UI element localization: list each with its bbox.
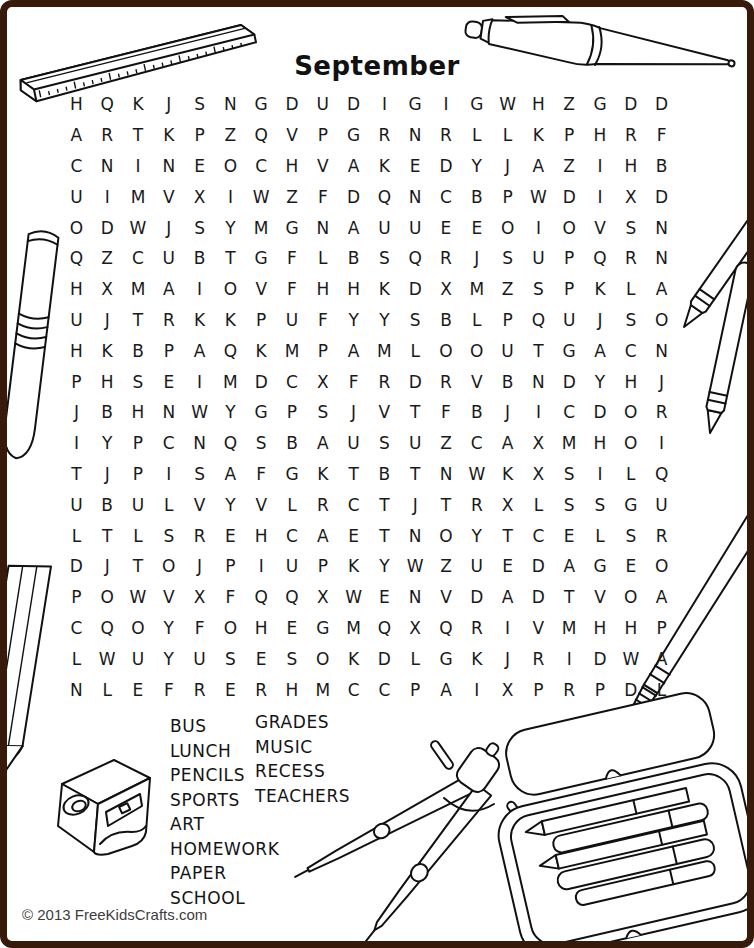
grid-cell-r12c9[interactable]: A	[307, 428, 338, 459]
grid-cell-r2c2[interactable]: R	[92, 120, 123, 151]
grid-cell-r8c15[interactable]: P	[492, 305, 523, 336]
grid-cell-r12c18[interactable]: H	[585, 428, 616, 459]
grid-cell-r17c14[interactable]: D	[461, 582, 492, 613]
grid-cell-r19c3[interactable]: U	[123, 643, 154, 674]
grid-cell-r8c3[interactable]: T	[123, 305, 154, 336]
grid-cell-r16c19[interactable]: E	[615, 551, 646, 582]
grid-cell-r15c4[interactable]: S	[153, 520, 184, 551]
grid-cell-r10c12[interactable]: D	[400, 366, 431, 397]
grid-cell-r20c7[interactable]: R	[246, 674, 277, 705]
grid-cell-r11c14[interactable]: B	[461, 397, 492, 428]
grid-cell-r17c17[interactable]: T	[554, 582, 585, 613]
grid-cell-r18c6[interactable]: O	[215, 613, 246, 644]
grid-cell-r2c19[interactable]: R	[615, 120, 646, 151]
grid-cell-r19c10[interactable]: K	[338, 643, 369, 674]
grid-cell-r10c20[interactable]: J	[646, 366, 677, 397]
grid-cell-r16c2[interactable]: J	[92, 551, 123, 582]
grid-cell-r11c13[interactable]: F	[431, 397, 462, 428]
grid-cell-r8c13[interactable]: B	[431, 305, 462, 336]
grid-cell-r3c11[interactable]: K	[369, 151, 400, 182]
grid-cell-r20c5[interactable]: R	[184, 674, 215, 705]
grid-cell-r20c6[interactable]: E	[215, 674, 246, 705]
grid-cell-r4c8[interactable]: Z	[277, 181, 308, 212]
grid-cell-r1c9[interactable]: U	[307, 89, 338, 120]
grid-cell-r12c17[interactable]: M	[554, 428, 585, 459]
grid-cell-r1c15[interactable]: W	[492, 89, 523, 120]
grid-cell-r10c7[interactable]: D	[246, 366, 277, 397]
grid-cell-r9c12[interactable]: L	[400, 335, 431, 366]
grid-cell-r5c8[interactable]: G	[277, 212, 308, 243]
grid-cell-r9c10[interactable]: A	[338, 335, 369, 366]
grid-cell-r5c6[interactable]: Y	[215, 212, 246, 243]
grid-cell-r1c11[interactable]: I	[369, 89, 400, 120]
grid-cell-r9c11[interactable]: M	[369, 335, 400, 366]
grid-cell-r14c13[interactable]: T	[431, 489, 462, 520]
word-music[interactable]: MUSIC	[255, 735, 350, 760]
grid-cell-r2c1[interactable]: A	[61, 120, 92, 151]
grid-cell-r15c14[interactable]: Y	[461, 520, 492, 551]
grid-cell-r19c20[interactable]: A	[646, 643, 677, 674]
grid-cell-r5c12[interactable]: U	[400, 212, 431, 243]
grid-cell-r15c12[interactable]: N	[400, 520, 431, 551]
grid-cell-r13c5[interactable]: S	[184, 459, 215, 490]
grid-cell-r5c16[interactable]: I	[523, 212, 554, 243]
grid-cell-r4c18[interactable]: I	[585, 181, 616, 212]
grid-cell-r4c3[interactable]: M	[123, 181, 154, 212]
grid-cell-r11c6[interactable]: Y	[215, 397, 246, 428]
grid-cell-r15c3[interactable]: L	[123, 520, 154, 551]
grid-cell-r15c18[interactable]: L	[585, 520, 616, 551]
grid-cell-r13c17[interactable]: S	[554, 459, 585, 490]
grid-cell-r19c4[interactable]: Y	[153, 643, 184, 674]
grid-cell-r13c19[interactable]: L	[615, 459, 646, 490]
grid-cell-r18c4[interactable]: Y	[153, 613, 184, 644]
grid-cell-r19c1[interactable]: L	[61, 643, 92, 674]
grid-cell-r3c2[interactable]: N	[92, 151, 123, 182]
grid-cell-r13c18[interactable]: I	[585, 459, 616, 490]
grid-cell-r16c13[interactable]: Z	[431, 551, 462, 582]
grid-cell-r3c20[interactable]: B	[646, 151, 677, 182]
grid-cell-r13c9[interactable]: K	[307, 459, 338, 490]
grid-cell-r5c3[interactable]: W	[123, 212, 154, 243]
grid-cell-r19c18[interactable]: D	[585, 643, 616, 674]
grid-cell-r1c13[interactable]: I	[431, 89, 462, 120]
word-paper[interactable]: PAPER	[170, 861, 280, 886]
grid-cell-r11c7[interactable]: G	[246, 397, 277, 428]
grid-cell-r8c11[interactable]: Y	[369, 305, 400, 336]
grid-cell-r9c9[interactable]: P	[307, 335, 338, 366]
grid-cell-r18c5[interactable]: F	[184, 613, 215, 644]
grid-cell-r7c2[interactable]: X	[92, 274, 123, 305]
grid-cell-r19c13[interactable]: G	[431, 643, 462, 674]
word-recess[interactable]: RECESS	[255, 759, 350, 784]
word-grades[interactable]: GRADES	[255, 710, 350, 735]
grid-cell-r1c19[interactable]: D	[615, 89, 646, 120]
grid-cell-r12c7[interactable]: S	[246, 428, 277, 459]
grid-cell-r14c15[interactable]: X	[492, 489, 523, 520]
grid-cell-r20c19[interactable]: D	[615, 674, 646, 705]
grid-cell-r18c12[interactable]: X	[400, 613, 431, 644]
grid-cell-r11c3[interactable]: H	[123, 397, 154, 428]
grid-cell-r6c4[interactable]: U	[153, 243, 184, 274]
grid-cell-r16c7[interactable]: I	[246, 551, 277, 582]
grid-cell-r15c5[interactable]: R	[184, 520, 215, 551]
grid-cell-r10c10[interactable]: F	[338, 366, 369, 397]
grid-cell-r6c17[interactable]: P	[554, 243, 585, 274]
grid-cell-r7c15[interactable]: Z	[492, 274, 523, 305]
grid-cell-r9c1[interactable]: H	[61, 335, 92, 366]
grid-cell-r16c6[interactable]: P	[215, 551, 246, 582]
grid-cell-r1c3[interactable]: K	[123, 89, 154, 120]
grid-cell-r5c18[interactable]: V	[585, 212, 616, 243]
grid-cell-r20c3[interactable]: E	[123, 674, 154, 705]
grid-cell-r15c8[interactable]: C	[277, 520, 308, 551]
grid-cell-r15c19[interactable]: S	[615, 520, 646, 551]
grid-cell-r12c19[interactable]: O	[615, 428, 646, 459]
grid-cell-r2c9[interactable]: P	[307, 120, 338, 151]
grid-cell-r12c12[interactable]: U	[400, 428, 431, 459]
grid-cell-r3c12[interactable]: E	[400, 151, 431, 182]
grid-cell-r9c14[interactable]: O	[461, 335, 492, 366]
grid-cell-r19c5[interactable]: U	[184, 643, 215, 674]
grid-cell-r3c4[interactable]: N	[153, 151, 184, 182]
grid-cell-r15c16[interactable]: C	[523, 520, 554, 551]
grid-cell-r6c7[interactable]: G	[246, 243, 277, 274]
grid-cell-r6c11[interactable]: S	[369, 243, 400, 274]
grid-cell-r14c12[interactable]: J	[400, 489, 431, 520]
grid-cell-r13c4[interactable]: I	[153, 459, 184, 490]
grid-cell-r9c15[interactable]: U	[492, 335, 523, 366]
grid-cell-r12c20[interactable]: I	[646, 428, 677, 459]
grid-cell-r20c11[interactable]: C	[369, 674, 400, 705]
grid-cell-r14c6[interactable]: Y	[215, 489, 246, 520]
grid-cell-r17c4[interactable]: V	[153, 582, 184, 613]
grid-cell-r10c17[interactable]: D	[554, 366, 585, 397]
grid-cell-r19c16[interactable]: R	[523, 643, 554, 674]
grid-cell-r17c3[interactable]: W	[123, 582, 154, 613]
word-art[interactable]: ART	[170, 812, 280, 837]
grid-cell-r8c10[interactable]: Y	[338, 305, 369, 336]
grid-cell-r12c1[interactable]: I	[61, 428, 92, 459]
grid-cell-r12c11[interactable]: S	[369, 428, 400, 459]
grid-cell-r2c17[interactable]: P	[554, 120, 585, 151]
grid-cell-r20c16[interactable]: P	[523, 674, 554, 705]
grid-cell-r3c9[interactable]: V	[307, 151, 338, 182]
grid-cell-r18c7[interactable]: H	[246, 613, 277, 644]
grid-cell-r16c15[interactable]: E	[492, 551, 523, 582]
grid-cell-r19c12[interactable]: L	[400, 643, 431, 674]
grid-cell-r9c8[interactable]: M	[277, 335, 308, 366]
grid-cell-r1c12[interactable]: G	[400, 89, 431, 120]
grid-cell-r16c11[interactable]: Y	[369, 551, 400, 582]
grid-cell-r7c3[interactable]: M	[123, 274, 154, 305]
grid-cell-r4c1[interactable]: U	[61, 181, 92, 212]
grid-cell-r11c8[interactable]: P	[277, 397, 308, 428]
grid-cell-r14c7[interactable]: V	[246, 489, 277, 520]
grid-cell-r3c5[interactable]: E	[184, 151, 215, 182]
grid-cell-r6c1[interactable]: Q	[61, 243, 92, 274]
grid-cell-r13c8[interactable]: G	[277, 459, 308, 490]
grid-cell-r9c4[interactable]: P	[153, 335, 184, 366]
grid-cell-r10c8[interactable]: C	[277, 366, 308, 397]
grid-cell-r4c5[interactable]: X	[184, 181, 215, 212]
grid-cell-r6c3[interactable]: C	[123, 243, 154, 274]
grid-cell-r12c3[interactable]: P	[123, 428, 154, 459]
grid-cell-r18c1[interactable]: C	[61, 613, 92, 644]
grid-cell-r7c10[interactable]: H	[338, 274, 369, 305]
grid-cell-r4c14[interactable]: B	[461, 181, 492, 212]
grid-cell-r19c2[interactable]: W	[92, 643, 123, 674]
grid-cell-r11c1[interactable]: J	[61, 397, 92, 428]
grid-cell-r1c8[interactable]: D	[277, 89, 308, 120]
grid-cell-r11c10[interactable]: J	[338, 397, 369, 428]
grid-cell-r3c19[interactable]: H	[615, 151, 646, 182]
grid-cell-r2c18[interactable]: H	[585, 120, 616, 151]
grid-cell-r7c11[interactable]: K	[369, 274, 400, 305]
grid-cell-r18c9[interactable]: G	[307, 613, 338, 644]
grid-cell-r13c2[interactable]: J	[92, 459, 123, 490]
grid-cell-r18c2[interactable]: Q	[92, 613, 123, 644]
grid-cell-r20c12[interactable]: P	[400, 674, 431, 705]
grid-cell-r9c17[interactable]: G	[554, 335, 585, 366]
grid-cell-r4c7[interactable]: W	[246, 181, 277, 212]
grid-cell-r5c10[interactable]: A	[338, 212, 369, 243]
grid-cell-r4c19[interactable]: X	[615, 181, 646, 212]
grid-cell-r11c2[interactable]: B	[92, 397, 123, 428]
grid-cell-r7c9[interactable]: H	[307, 274, 338, 305]
grid-cell-r1c18[interactable]: G	[585, 89, 616, 120]
grid-cell-r6c12[interactable]: Q	[400, 243, 431, 274]
grid-cell-r6c20[interactable]: N	[646, 243, 677, 274]
grid-cell-r15c1[interactable]: L	[61, 520, 92, 551]
grid-cell-r12c2[interactable]: Y	[92, 428, 123, 459]
grid-cell-r4c20[interactable]: D	[646, 181, 677, 212]
grid-cell-r8c2[interactable]: J	[92, 305, 123, 336]
grid-cell-r16c9[interactable]: P	[307, 551, 338, 582]
grid-cell-r17c1[interactable]: P	[61, 582, 92, 613]
grid-cell-r8c12[interactable]: S	[400, 305, 431, 336]
grid-cell-r18c14[interactable]: R	[461, 613, 492, 644]
grid-cell-r7c4[interactable]: A	[153, 274, 184, 305]
grid-cell-r11c12[interactable]: T	[400, 397, 431, 428]
grid-cell-r8c9[interactable]: F	[307, 305, 338, 336]
grid-cell-r8c7[interactable]: P	[246, 305, 277, 336]
grid-cell-r9c16[interactable]: T	[523, 335, 554, 366]
grid-cell-r19c15[interactable]: J	[492, 643, 523, 674]
grid-cell-r6c14[interactable]: J	[461, 243, 492, 274]
grid-cell-r4c16[interactable]: W	[523, 181, 554, 212]
grid-cell-r17c16[interactable]: D	[523, 582, 554, 613]
grid-cell-r1c7[interactable]: G	[246, 89, 277, 120]
grid-cell-r20c1[interactable]: N	[61, 674, 92, 705]
grid-cell-r15c9[interactable]: A	[307, 520, 338, 551]
grid-cell-r4c2[interactable]: I	[92, 181, 123, 212]
grid-cell-r12c4[interactable]: C	[153, 428, 184, 459]
grid-cell-r20c15[interactable]: X	[492, 674, 523, 705]
grid-cell-r20c18[interactable]: P	[585, 674, 616, 705]
grid-cell-r3c18[interactable]: I	[585, 151, 616, 182]
grid-cell-r8c19[interactable]: S	[615, 305, 646, 336]
grid-cell-r6c15[interactable]: S	[492, 243, 523, 274]
grid-cell-r20c14[interactable]: I	[461, 674, 492, 705]
grid-cell-r11c17[interactable]: C	[554, 397, 585, 428]
grid-cell-r2c4[interactable]: K	[153, 120, 184, 151]
grid-cell-r7c19[interactable]: L	[615, 274, 646, 305]
grid-cell-r8c4[interactable]: R	[153, 305, 184, 336]
grid-cell-r11c9[interactable]: S	[307, 397, 338, 428]
grid-cell-r1c2[interactable]: Q	[92, 89, 123, 120]
grid-cell-r7c1[interactable]: H	[61, 274, 92, 305]
grid-cell-r20c17[interactable]: R	[554, 674, 585, 705]
grid-cell-r19c14[interactable]: K	[461, 643, 492, 674]
grid-cell-r12c8[interactable]: B	[277, 428, 308, 459]
grid-cell-r2c20[interactable]: F	[646, 120, 677, 151]
grid-cell-r13c14[interactable]: W	[461, 459, 492, 490]
grid-cell-r16c16[interactable]: D	[523, 551, 554, 582]
grid-cell-r10c19[interactable]: H	[615, 366, 646, 397]
grid-cell-r12c15[interactable]: A	[492, 428, 523, 459]
grid-cell-r5c4[interactable]: J	[153, 212, 184, 243]
grid-cell-r14c14[interactable]: R	[461, 489, 492, 520]
grid-cell-r5c7[interactable]: M	[246, 212, 277, 243]
grid-cell-r3c6[interactable]: O	[215, 151, 246, 182]
grid-cell-r17c15[interactable]: A	[492, 582, 523, 613]
grid-cell-r17c9[interactable]: X	[307, 582, 338, 613]
grid-cell-r3c1[interactable]: C	[61, 151, 92, 182]
grid-cell-r17c18[interactable]: V	[585, 582, 616, 613]
grid-cell-r3c3[interactable]: I	[123, 151, 154, 182]
grid-cell-r12c5[interactable]: N	[184, 428, 215, 459]
grid-cell-r4c10[interactable]: D	[338, 181, 369, 212]
grid-cell-r10c18[interactable]: Y	[585, 366, 616, 397]
grid-cell-r17c12[interactable]: N	[400, 582, 431, 613]
grid-cell-r14c17[interactable]: S	[554, 489, 585, 520]
grid-cell-r17c13[interactable]: V	[431, 582, 462, 613]
grid-cell-r16c10[interactable]: K	[338, 551, 369, 582]
grid-cell-r3c17[interactable]: Z	[554, 151, 585, 182]
grid-cell-r5c20[interactable]: N	[646, 212, 677, 243]
grid-cell-r12c10[interactable]: U	[338, 428, 369, 459]
grid-cell-r7c17[interactable]: P	[554, 274, 585, 305]
grid-cell-r8c6[interactable]: K	[215, 305, 246, 336]
grid-cell-r13c6[interactable]: A	[215, 459, 246, 490]
grid-cell-r7c20[interactable]: A	[646, 274, 677, 305]
grid-cell-r14c18[interactable]: S	[585, 489, 616, 520]
grid-cell-r6c5[interactable]: B	[184, 243, 215, 274]
grid-cell-r1c1[interactable]: H	[61, 89, 92, 120]
grid-cell-r5c9[interactable]: N	[307, 212, 338, 243]
grid-cell-r1c20[interactable]: D	[646, 89, 677, 120]
grid-cell-r12c14[interactable]: C	[461, 428, 492, 459]
grid-cell-r9c6[interactable]: Q	[215, 335, 246, 366]
grid-cell-r11c15[interactable]: J	[492, 397, 523, 428]
grid-cell-r5c14[interactable]: E	[461, 212, 492, 243]
grid-cell-r10c3[interactable]: S	[123, 366, 154, 397]
grid-cell-r2c14[interactable]: L	[461, 120, 492, 151]
grid-cell-r20c2[interactable]: L	[92, 674, 123, 705]
grid-cell-r19c11[interactable]: D	[369, 643, 400, 674]
grid-cell-r19c19[interactable]: W	[615, 643, 646, 674]
grid-cell-r12c16[interactable]: X	[523, 428, 554, 459]
grid-cell-r18c19[interactable]: H	[615, 613, 646, 644]
grid-cell-r6c8[interactable]: F	[277, 243, 308, 274]
grid-cell-r13c7[interactable]: F	[246, 459, 277, 490]
grid-cell-r13c10[interactable]: T	[338, 459, 369, 490]
grid-cell-r14c5[interactable]: V	[184, 489, 215, 520]
grid-cell-r1c5[interactable]: S	[184, 89, 215, 120]
grid-cell-r18c16[interactable]: V	[523, 613, 554, 644]
grid-cell-r3c7[interactable]: C	[246, 151, 277, 182]
grid-cell-r19c8[interactable]: S	[277, 643, 308, 674]
grid-cell-r13c12[interactable]: T	[400, 459, 431, 490]
grid-cell-r14c2[interactable]: B	[92, 489, 123, 520]
grid-cell-r4c4[interactable]: V	[153, 181, 184, 212]
grid-cell-r17c20[interactable]: A	[646, 582, 677, 613]
grid-cell-r5c11[interactable]: U	[369, 212, 400, 243]
grid-cell-r1c16[interactable]: H	[523, 89, 554, 120]
grid-cell-r18c15[interactable]: I	[492, 613, 523, 644]
grid-cell-r7c16[interactable]: S	[523, 274, 554, 305]
grid-cell-r3c15[interactable]: J	[492, 151, 523, 182]
grid-cell-r5c2[interactable]: D	[92, 212, 123, 243]
grid-cell-r9c20[interactable]: N	[646, 335, 677, 366]
grid-cell-r12c13[interactable]: Z	[431, 428, 462, 459]
grid-cell-r3c14[interactable]: Y	[461, 151, 492, 182]
grid-cell-r1c14[interactable]: G	[461, 89, 492, 120]
grid-cell-r15c2[interactable]: T	[92, 520, 123, 551]
grid-cell-r10c16[interactable]: N	[523, 366, 554, 397]
grid-cell-r17c6[interactable]: F	[215, 582, 246, 613]
grid-cell-r18c10[interactable]: M	[338, 613, 369, 644]
grid-cell-r20c13[interactable]: A	[431, 674, 462, 705]
grid-cell-r7c13[interactable]: X	[431, 274, 462, 305]
grid-cell-r19c6[interactable]: S	[215, 643, 246, 674]
grid-cell-r18c20[interactable]: P	[646, 613, 677, 644]
grid-cell-r16c3[interactable]: T	[123, 551, 154, 582]
grid-cell-r2c16[interactable]: K	[523, 120, 554, 151]
grid-cell-r17c7[interactable]: Q	[246, 582, 277, 613]
grid-cell-r6c6[interactable]: T	[215, 243, 246, 274]
grid-cell-r10c9[interactable]: X	[307, 366, 338, 397]
grid-cell-r16c17[interactable]: A	[554, 551, 585, 582]
grid-cell-r15c10[interactable]: E	[338, 520, 369, 551]
grid-cell-r7c7[interactable]: V	[246, 274, 277, 305]
grid-cell-r7c14[interactable]: M	[461, 274, 492, 305]
grid-cell-r4c17[interactable]: D	[554, 181, 585, 212]
grid-cell-r20c10[interactable]: C	[338, 674, 369, 705]
grid-cell-r19c17[interactable]: I	[554, 643, 585, 674]
grid-cell-r9c13[interactable]: O	[431, 335, 462, 366]
grid-cell-r14c19[interactable]: G	[615, 489, 646, 520]
grid-cell-r14c11[interactable]: T	[369, 489, 400, 520]
grid-cell-r17c11[interactable]: E	[369, 582, 400, 613]
grid-cell-r14c9[interactable]: R	[307, 489, 338, 520]
grid-cell-r5c15[interactable]: O	[492, 212, 523, 243]
grid-cell-r20c4[interactable]: F	[153, 674, 184, 705]
grid-cell-r2c11[interactable]: R	[369, 120, 400, 151]
grid-cell-r19c9[interactable]: O	[307, 643, 338, 674]
grid-cell-r13c3[interactable]: P	[123, 459, 154, 490]
grid-cell-r3c10[interactable]: A	[338, 151, 369, 182]
grid-cell-r2c13[interactable]: R	[431, 120, 462, 151]
grid-cell-r14c4[interactable]: L	[153, 489, 184, 520]
grid-cell-r9c7[interactable]: K	[246, 335, 277, 366]
grid-cell-r15c7[interactable]: H	[246, 520, 277, 551]
grid-cell-r11c16[interactable]: I	[523, 397, 554, 428]
grid-cell-r8c20[interactable]: O	[646, 305, 677, 336]
grid-cell-r9c5[interactable]: A	[184, 335, 215, 366]
grid-cell-r6c13[interactable]: R	[431, 243, 462, 274]
